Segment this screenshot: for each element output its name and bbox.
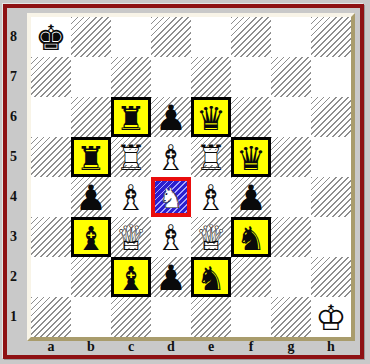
file-label-e: e — [191, 339, 231, 355]
square-g3[interactable] — [271, 217, 311, 257]
black-pawn-icon: ♟ — [231, 177, 271, 217]
black-rook-icon: ♜ — [74, 140, 108, 174]
square-e1[interactable] — [191, 297, 231, 337]
square-a7[interactable] — [31, 57, 71, 97]
square-e7[interactable] — [191, 57, 231, 97]
square-g4[interactable] — [271, 177, 311, 217]
square-a1[interactable] — [31, 297, 71, 337]
square-f1[interactable] — [231, 297, 271, 337]
square-c8[interactable] — [111, 17, 151, 57]
file-labels: abcdefgh — [31, 339, 351, 355]
white-queen-icon: ♛♕ — [191, 217, 231, 257]
square-d1[interactable] — [151, 297, 191, 337]
square-c4[interactable]: ♝♗ — [111, 177, 151, 217]
square-b2[interactable] — [71, 257, 111, 297]
square-c3[interactable]: ♛♕ — [111, 217, 151, 257]
square-g1[interactable] — [271, 297, 311, 337]
square-h3[interactable] — [311, 217, 351, 257]
rank-label-5: 5 — [1, 137, 26, 177]
square-d2[interactable]: ♟ — [151, 257, 191, 297]
square-h2[interactable] — [311, 257, 351, 297]
white-bishop-icon: ♝♗ — [111, 177, 151, 217]
square-e4[interactable]: ♝♗ — [191, 177, 231, 217]
square-f8[interactable] — [231, 17, 271, 57]
square-a3[interactable] — [31, 217, 71, 257]
square-e3[interactable]: ♛♕ — [191, 217, 231, 257]
black-king-icon: ♚ — [31, 17, 71, 57]
chess-board: ♚♜♟♛♜♜♖♝♗♜♖♛♟♝♗♞♘♝♗♟♝♛♕♝♗♛♕♞♝♟♞♚♔ — [27, 13, 355, 341]
square-c1[interactable] — [111, 297, 151, 337]
file-label-a: a — [31, 339, 71, 355]
square-f3[interactable]: ♞ — [231, 217, 271, 257]
square-a4[interactable] — [31, 177, 71, 217]
square-b3[interactable]: ♝ — [71, 217, 111, 257]
rank-label-1: 1 — [1, 297, 26, 337]
file-label-f: f — [231, 339, 271, 355]
white-king-icon: ♚♔ — [311, 297, 351, 337]
black-bishop-icon: ♝ — [74, 220, 108, 254]
square-e2[interactable]: ♞ — [191, 257, 231, 297]
white-rook-icon: ♜♖ — [191, 137, 231, 177]
black-bishop-icon: ♝ — [114, 260, 148, 294]
square-d4[interactable]: ♞♘ — [151, 177, 191, 217]
square-g5[interactable] — [271, 137, 311, 177]
file-label-d: d — [151, 339, 191, 355]
rank-label-7: 7 — [1, 57, 26, 97]
square-c6[interactable]: ♜ — [111, 97, 151, 137]
square-d8[interactable] — [151, 17, 191, 57]
file-label-g: g — [271, 339, 311, 355]
square-h8[interactable] — [311, 17, 351, 57]
rank-label-2: 2 — [1, 257, 26, 297]
file-label-b: b — [71, 339, 111, 355]
white-bishop-icon: ♝♗ — [151, 137, 191, 177]
rank-labels: 87654321 — [1, 17, 26, 337]
rank-label-8: 8 — [1, 17, 26, 57]
square-b5[interactable]: ♜ — [71, 137, 111, 177]
square-g8[interactable] — [271, 17, 311, 57]
rank-label-6: 6 — [1, 97, 26, 137]
white-bishop-icon: ♝♗ — [191, 177, 231, 217]
square-f7[interactable] — [231, 57, 271, 97]
black-pawn-icon: ♟ — [71, 177, 111, 217]
square-h6[interactable] — [311, 97, 351, 137]
square-b4[interactable]: ♟ — [71, 177, 111, 217]
square-f2[interactable] — [231, 257, 271, 297]
square-h5[interactable] — [311, 137, 351, 177]
file-label-c: c — [111, 339, 151, 355]
square-b7[interactable] — [71, 57, 111, 97]
white-knight-icon: ♞♘ — [155, 181, 187, 213]
square-a2[interactable] — [31, 257, 71, 297]
square-d3[interactable]: ♝♗ — [151, 217, 191, 257]
rank-label-4: 4 — [1, 177, 26, 217]
square-f4[interactable]: ♟ — [231, 177, 271, 217]
square-a6[interactable] — [31, 97, 71, 137]
square-e5[interactable]: ♜♖ — [191, 137, 231, 177]
square-c2[interactable]: ♝ — [111, 257, 151, 297]
square-c5[interactable]: ♜♖ — [111, 137, 151, 177]
board-grid: ♚♜♟♛♜♜♖♝♗♜♖♛♟♝♗♞♘♝♗♟♝♛♕♝♗♛♕♞♝♟♞♚♔ — [31, 17, 351, 337]
square-a8[interactable]: ♚ — [31, 17, 71, 57]
square-b8[interactable] — [71, 17, 111, 57]
square-e8[interactable] — [191, 17, 231, 57]
square-a5[interactable] — [31, 137, 71, 177]
black-knight-icon: ♞ — [194, 260, 228, 294]
square-c7[interactable] — [111, 57, 151, 97]
square-g7[interactable] — [271, 57, 311, 97]
black-pawn-icon: ♟ — [151, 97, 191, 137]
file-label-h: h — [311, 339, 351, 355]
square-f6[interactable] — [231, 97, 271, 137]
white-rook-icon: ♜♖ — [111, 137, 151, 177]
square-h7[interactable] — [311, 57, 351, 97]
chess-diagram-window: 87654321 ♚♜♟♛♜♜♖♝♗♜♖♛♟♝♗♞♘♝♗♟♝♛♕♝♗♛♕♞♝♟♞… — [0, 0, 370, 364]
black-rook-icon: ♜ — [114, 100, 148, 134]
black-pawn-icon: ♟ — [151, 257, 191, 297]
black-queen-icon: ♛ — [234, 140, 268, 174]
square-d6[interactable]: ♟ — [151, 97, 191, 137]
square-b6[interactable] — [71, 97, 111, 137]
square-g2[interactable] — [271, 257, 311, 297]
square-d7[interactable] — [151, 57, 191, 97]
square-f5[interactable]: ♛ — [231, 137, 271, 177]
white-bishop-icon: ♝♗ — [151, 217, 191, 257]
square-b1[interactable] — [71, 297, 111, 337]
square-e6[interactable]: ♛ — [191, 97, 231, 137]
rank-label-3: 3 — [1, 217, 26, 257]
black-knight-icon: ♞ — [234, 220, 268, 254]
square-h1[interactable]: ♚♔ — [311, 297, 351, 337]
square-g6[interactable] — [271, 97, 311, 137]
black-queen-icon: ♛ — [194, 100, 228, 134]
square-h4[interactable] — [311, 177, 351, 217]
white-queen-icon: ♛♕ — [111, 217, 151, 257]
square-d5[interactable]: ♝♗ — [151, 137, 191, 177]
